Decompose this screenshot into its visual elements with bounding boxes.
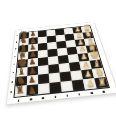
square[interactable]: [57, 48, 68, 56]
chess-board: ♜♟♟♜♞♟♟♞♝♟♟♝♛♟♟♛♚♟♟♚♝♟♟♝♞♟♟♞♜♟♟♜: [7, 22, 116, 104]
chess-piece-light-r[interactable]: ♜: [97, 77, 107, 88]
board-perspective-wrapper: ♜♟♟♜♞♟♟♞♝♟♟♝♛♟♟♛♚♟♟♚♝♟♟♝♞♟♟♞♜♟♟♜: [7, 22, 116, 104]
chessboard-photo: ♜♟♟♜♞♟♟♞♝♟♟♝♛♟♟♛♚♟♟♚♝♟♟♝♞♟♟♞♜♟♟♜: [0, 0, 116, 116]
square[interactable]: [38, 57, 48, 66]
square[interactable]: [38, 83, 50, 94]
chess-piece-light-p[interactable]: ♟: [86, 79, 95, 89]
chess-piece-dark-p[interactable]: ♟: [27, 85, 36, 95]
board-tilt-wrapper: ♜♟♟♜♞♟♟♞♝♟♟♝♛♟♟♛♚♟♟♚♝♟♟♝♞♟♟♞♜♟♟♜: [7, 5, 108, 106]
board-squares-grid: ♜♟♟♜♞♟♟♞♝♟♟♝♛♟♟♛♚♟♟♚♝♟♟♝♞♟♟♞♜♟♟♜: [13, 25, 110, 98]
square[interactable]: ♟: [83, 78, 97, 89]
stage: ♜♟♟♜♞♟♟♞♝♟♟♝♛♟♟♛♚♟♟♚♝♟♟♝♞♟♟♞♜♟♟♜: [0, 0, 116, 116]
square[interactable]: ♜: [94, 77, 108, 88]
chess-piece-dark-r[interactable]: ♜: [15, 85, 25, 96]
square[interactable]: ♟: [26, 84, 38, 95]
square[interactable]: ♜: [15, 85, 27, 97]
square[interactable]: [58, 55, 69, 64]
